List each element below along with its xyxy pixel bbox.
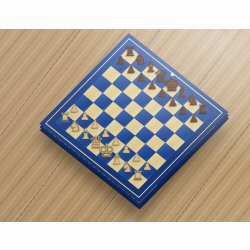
piece-light-rook[interactable]: ♜ [131, 168, 145, 182]
bottom-letterbox [0, 222, 250, 250]
squares-grid: ♜♞♝♛♚♝♞♜♟♟♟♟♟♟♟♟♟♟♟♟♟♟♟♟♜♞♝♛♚♝♞♜ [55, 47, 213, 189]
top-letterbox [0, 0, 250, 29]
king-finial-highlight [170, 73, 173, 76]
chess-set-photo: ♜♞♝♛♚♝♞♜♟♟♟♟♟♟♟♟♟♟♟♟♟♟♟♟♜♞♝♛♚♝♞♜ [0, 0, 250, 250]
chessboard: ♜♞♝♛♚♝♞♜♟♟♟♟♟♟♟♟♟♟♟♟♟♟♟♟♜♞♝♛♚♝♞♜ [39, 33, 228, 203]
piece-dark-pawn[interactable]: ♟ [187, 111, 201, 125]
floor: ♜♞♝♛♚♝♞♜♟♟♟♟♟♟♟♟♟♟♟♟♟♟♟♟♜♞♝♛♚♝♞♜ [0, 29, 250, 222]
board-frame: ♜♞♝♛♚♝♞♜♟♟♟♟♟♟♟♟♟♟♟♟♟♟♟♟♜♞♝♛♚♝♞♜ [39, 33, 228, 203]
